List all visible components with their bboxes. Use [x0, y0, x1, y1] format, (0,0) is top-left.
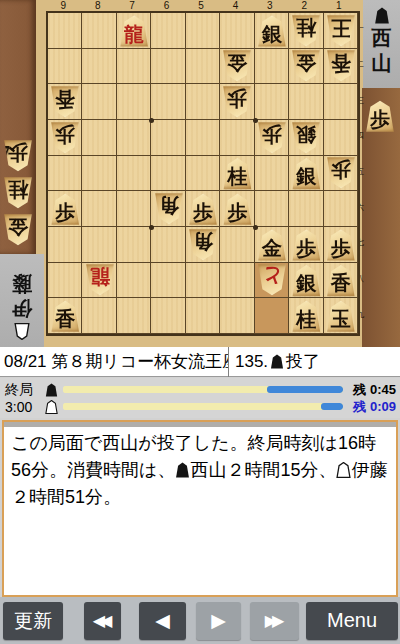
board-square-84 — [82, 120, 116, 156]
gote-time-used-bar — [63, 403, 321, 410]
board-square-71: 龍 — [117, 13, 151, 49]
board-square-11: 王 — [324, 13, 358, 49]
board-star-point — [149, 225, 154, 230]
sente-piece-銀: 銀 — [291, 264, 321, 296]
info-bar: 08/21 第８期リコー杯女流王座 135. 投了 — [0, 347, 400, 377]
gote-piece-金: 金 — [222, 50, 252, 82]
board-square-67 — [151, 227, 185, 263]
gote-piece-金: 金 — [291, 50, 321, 82]
board-square-59 — [186, 298, 220, 334]
sente-piece-icon — [175, 462, 190, 478]
board-square-99: 香 — [48, 298, 82, 334]
board-square-23 — [289, 84, 323, 120]
board-square-43: 歩 — [220, 84, 254, 120]
forward-end-button[interactable]: ▶▶ — [250, 602, 299, 640]
step-back-icon: ◀ — [155, 611, 170, 630]
board-square-25: 銀 — [289, 156, 323, 192]
gote-clock-label: 3:00 — [5, 399, 40, 415]
sente-piece-歩: 歩 — [326, 229, 356, 261]
game-comment-box[interactable]: この局面で西山が投了した。終局時刻は16時56分。消費時間は、西山２時間15分、… — [2, 420, 398, 597]
shogi-app-screen: 歩7桂金 伊藤 西山 歩 987654321 一二三四五六七八九 龍銀桂王金金香… — [0, 0, 400, 644]
gote-piece-桂: 桂 — [3, 177, 33, 209]
sente-piece-銀: 銀 — [291, 157, 321, 189]
board-square-45: 桂 — [220, 156, 254, 192]
board-square-12: 香 — [324, 49, 358, 85]
sente-piece-歩: 歩 — [365, 100, 395, 132]
board-square-61 — [151, 13, 185, 49]
gote-piece-歩: 歩 — [50, 122, 80, 154]
board-star-point — [253, 225, 258, 230]
board-square-41 — [220, 13, 254, 49]
gote-piece-金: 金 — [3, 214, 33, 246]
board-square-55 — [186, 156, 220, 192]
board-square-58 — [186, 263, 220, 299]
board-square-13 — [324, 84, 358, 120]
board-square-83 — [82, 84, 116, 120]
sente-captured-tray: 歩 — [362, 88, 400, 347]
move-number: 135. — [235, 352, 268, 372]
board-square-17: 歩 — [324, 227, 358, 263]
menu-button-label: Menu — [327, 609, 377, 632]
gote-piece-香: 香 — [326, 50, 356, 82]
gote-piece-icon — [336, 462, 351, 478]
gote-piece-歩: 歩 — [257, 122, 287, 154]
board-square-93: 香 — [48, 84, 82, 120]
board-square-46: 歩 — [220, 191, 254, 227]
board-square-42: 金 — [220, 49, 254, 85]
update-button-label: 更新 — [14, 608, 52, 634]
forward-end-icon: ▶▶ — [265, 613, 285, 629]
board-square-38: と — [255, 263, 289, 299]
board-square-87 — [82, 227, 116, 263]
board-square-14 — [324, 120, 358, 156]
board-square-82 — [82, 49, 116, 85]
board-square-32 — [255, 49, 289, 85]
comment-text: この局面で西山が投了した。終局時刻は16時56分。消費時間は、西山２時間15分、… — [4, 427, 396, 514]
board-square-95 — [48, 156, 82, 192]
sente-piece-歩: 歩 — [188, 193, 218, 225]
navigation-button-bar: 更新◀◀◀▶▶▶Menu — [0, 597, 400, 644]
step-forward-button[interactable]: ▶ — [196, 602, 241, 640]
gote-piece-icon — [45, 400, 58, 414]
gote-piece-歩: 歩 — [222, 86, 252, 118]
board-square-79 — [117, 298, 151, 334]
update-button[interactable]: 更新 — [3, 602, 63, 640]
board-square-97 — [48, 227, 82, 263]
board-square-73 — [117, 84, 151, 120]
step-forward-icon: ▶ — [211, 611, 226, 630]
rewind-start-button[interactable]: ◀◀ — [84, 602, 121, 640]
menu-button[interactable]: Menu — [306, 602, 398, 640]
gote-piece-と: と — [257, 264, 287, 296]
sente-time-bar — [63, 386, 343, 393]
board-square-86 — [82, 191, 116, 227]
board-square-63 — [151, 84, 185, 120]
gote-player-name-char: 伊 — [12, 298, 32, 320]
comment-text-segment: 西山２時間15分、 — [190, 460, 336, 480]
gote-time-bar — [63, 403, 343, 410]
board-square-77 — [117, 227, 151, 263]
gote-piece-龍: 龍 — [85, 264, 115, 296]
col-label-2: 2 — [287, 0, 321, 11]
board-square-33 — [255, 84, 289, 120]
board-square-68 — [151, 263, 185, 299]
board-square-15: 歩 — [324, 156, 358, 192]
sente-piece-歩: 歩 — [50, 193, 80, 225]
board-square-26 — [289, 191, 323, 227]
board-square-66: 角 — [151, 191, 185, 227]
col-label-6: 6 — [149, 0, 183, 11]
board-square-75 — [117, 156, 151, 192]
board-square-57: 角 — [186, 227, 220, 263]
shogi-board: 龍銀桂王金金香香歩歩歩銀桂銀歩歩角歩歩角金歩歩龍と銀香香桂玉 — [46, 11, 360, 336]
board-square-48 — [220, 263, 254, 299]
board-square-47 — [220, 227, 254, 263]
gote-piece-角: 角 — [154, 193, 184, 225]
sente-piece-金: 金 — [257, 229, 287, 261]
board-square-74 — [117, 120, 151, 156]
hand-count: 7 — [0, 143, 10, 166]
sente-piece-香: 香 — [50, 300, 80, 332]
board-square-98 — [48, 263, 82, 299]
board-square-24: 銀 — [289, 120, 323, 156]
board-square-92 — [48, 49, 82, 85]
col-label-9: 9 — [46, 0, 80, 11]
col-label-8: 8 — [80, 0, 114, 11]
gote-remaining-time: 残 0:09 — [348, 398, 396, 416]
board-square-81 — [82, 13, 116, 49]
board-square-56: 歩 — [186, 191, 220, 227]
sente-piece-桂: 桂 — [222, 157, 252, 189]
board-square-31: 銀 — [255, 13, 289, 49]
sente-time-remaining-bar — [267, 386, 343, 393]
gote-piece-icon — [14, 323, 30, 340]
current-move-label: 135. 投了 — [229, 350, 320, 373]
sente-clock-label: 終局 — [5, 381, 40, 399]
board-section: 歩7桂金 伊藤 西山 歩 987654321 一二三四五六七八九 龍銀桂王金金香… — [0, 0, 400, 347]
board-square-88: 龍 — [82, 263, 116, 299]
gote-time-remaining-bar — [321, 403, 343, 410]
sente-time-used-bar — [63, 386, 267, 393]
step-back-button[interactable]: ◀ — [139, 602, 186, 640]
sente-piece-歩: 歩 — [222, 193, 252, 225]
board-square-94: 歩 — [48, 120, 82, 156]
gote-piece-歩: 歩 — [326, 157, 356, 189]
board-column-labels: 987654321 — [46, 0, 356, 11]
clock-section: 終局 残 0:45 3:00 残 0:09 — [0, 378, 400, 418]
gote-name-plate: 伊藤 — [0, 254, 44, 347]
gote-piece-王: 王 — [326, 15, 356, 47]
board-square-65 — [151, 156, 185, 192]
board-square-44 — [220, 120, 254, 156]
board-square-85 — [82, 156, 116, 192]
board-square-76 — [117, 191, 151, 227]
sente-piece-香: 香 — [326, 264, 356, 296]
sente-player-name-char: 西 — [372, 27, 392, 49]
sente-clock-row: 終局 残 0:45 — [0, 381, 400, 398]
sente-piece-icon — [45, 383, 58, 397]
board-square-51 — [186, 13, 220, 49]
sente-piece-icon — [270, 354, 284, 369]
gote-piece-歩: 歩7 — [3, 140, 33, 172]
sente-remaining-time: 残 0:45 — [348, 381, 396, 399]
board-square-62 — [151, 49, 185, 85]
col-label-1: 1 — [322, 0, 356, 11]
board-star-point — [253, 118, 258, 123]
board-square-27: 歩 — [289, 227, 323, 263]
board-square-28: 銀 — [289, 263, 323, 299]
board-square-34: 歩 — [255, 120, 289, 156]
gote-player-name-char: 藤 — [12, 273, 32, 295]
gote-piece-銀: 銀 — [291, 122, 321, 154]
board-square-29: 桂 — [289, 298, 323, 334]
board-square-36 — [255, 191, 289, 227]
board-square-16 — [324, 191, 358, 227]
board-square-69 — [151, 298, 185, 334]
rewind-start-icon: ◀◀ — [93, 613, 113, 629]
board-square-21: 桂 — [289, 13, 323, 49]
board-square-54 — [186, 120, 220, 156]
gote-captured-tray: 歩7桂金 — [0, 0, 36, 254]
col-label-7: 7 — [115, 0, 149, 11]
board-square-39 — [255, 298, 289, 334]
board-square-64 — [151, 120, 185, 156]
board-square-22: 金 — [289, 49, 323, 85]
sente-piece-龍: 龍 — [119, 15, 149, 47]
board-square-91 — [48, 13, 82, 49]
board-square-37: 金 — [255, 227, 289, 263]
board-square-53 — [186, 84, 220, 120]
sente-piece-icon — [374, 7, 390, 24]
col-label-5: 5 — [184, 0, 218, 11]
board-square-89 — [82, 298, 116, 334]
board-square-72 — [117, 49, 151, 85]
board-square-18: 香 — [324, 263, 358, 299]
sente-piece-歩: 歩 — [291, 229, 321, 261]
gote-piece-角: 角 — [188, 229, 218, 261]
board-square-19: 玉 — [324, 298, 358, 334]
board-square-49 — [220, 298, 254, 334]
sente-piece-銀: 銀 — [257, 15, 287, 47]
board-square-96: 歩 — [48, 191, 82, 227]
board-square-78 — [117, 263, 151, 299]
board-square-52 — [186, 49, 220, 85]
sente-player-name-char: 山 — [372, 52, 392, 74]
board-star-point — [149, 118, 154, 123]
move-text: 投了 — [286, 350, 320, 373]
col-label-3: 3 — [253, 0, 287, 11]
sente-name-plate: 西山 — [363, 0, 400, 88]
board-square-35 — [255, 156, 289, 192]
gote-piece-香: 香 — [50, 86, 80, 118]
kifu-title: 08/21 第８期リコー杯女流王座 — [0, 350, 228, 373]
gote-piece-桂: 桂 — [291, 15, 321, 47]
col-label-4: 4 — [218, 0, 252, 11]
gote-clock-row: 3:00 残 0:09 — [0, 398, 400, 415]
sente-piece-桂: 桂 — [291, 300, 321, 332]
sente-piece-玉: 玉 — [326, 300, 356, 332]
